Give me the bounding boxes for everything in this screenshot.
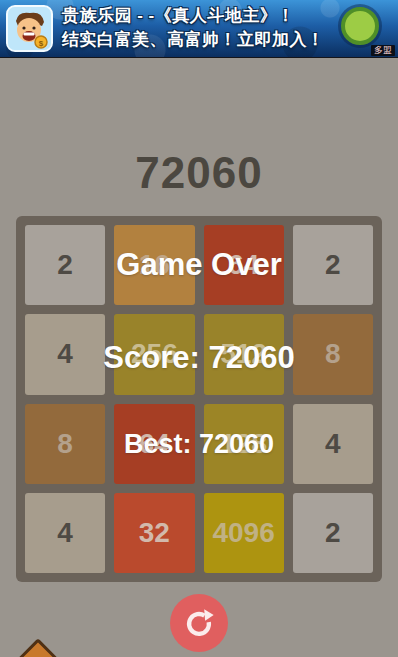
tile-8: 8 — [25, 404, 105, 484]
svg-text:$: $ — [39, 39, 44, 48]
tile-4: 4 — [25, 493, 105, 573]
tile-4: 4 — [293, 404, 373, 484]
board-grid[interactable]: 21664242565128864128443240962 — [16, 216, 382, 582]
bottom-peeking-icon — [18, 638, 58, 657]
tile-8: 8 — [293, 314, 373, 394]
tile-32: 32 — [114, 493, 194, 573]
tile-128: 128 — [204, 404, 284, 484]
tile-256: 256 — [114, 314, 194, 394]
tile-2: 2 — [25, 225, 105, 305]
tile-2: 2 — [293, 225, 373, 305]
tile-4: 4 — [25, 314, 105, 394]
tile-64: 64 — [204, 225, 284, 305]
tile-64: 64 — [114, 404, 194, 484]
ad-text: 贵族乐园 - -《真人斗地主》！ 结实白富美、高富帅！立即加入！ — [62, 4, 332, 52]
tile-2: 2 — [293, 493, 373, 573]
tile-16: 16 — [114, 225, 194, 305]
ad-action-circle-button[interactable] — [341, 7, 379, 45]
ad-text-line1: 贵族乐园 - -《真人斗地主》！ — [62, 4, 332, 28]
ad-text-line2: 结实白富美、高富帅！立即加入！ — [62, 28, 332, 52]
tile-4096: 4096 — [204, 493, 284, 573]
restart-button[interactable] — [170, 594, 228, 652]
current-score: 72060 — [0, 148, 398, 198]
doudizhu-app-icon[interactable]: $ — [6, 5, 53, 52]
tile-512: 512 — [204, 314, 284, 394]
refresh-icon — [182, 606, 216, 640]
app-screen: $ 贵族乐园 - -《真人斗地主》！ 结实白富美、高富帅！立即加入！ 多盟 72… — [0, 0, 398, 657]
ad-banner[interactable]: $ 贵族乐园 - -《真人斗地主》！ 结实白富美、高富帅！立即加入！ 多盟 — [0, 0, 398, 58]
ad-network-badge: 多盟 — [371, 45, 395, 56]
